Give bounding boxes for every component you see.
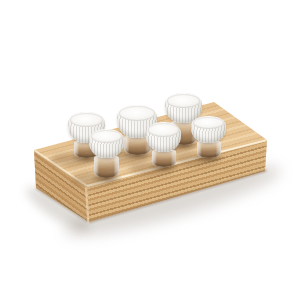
vial-front-right-body xyxy=(197,141,221,158)
vials-layer xyxy=(0,0,300,300)
vial-front-right-cap xyxy=(191,116,226,143)
scene xyxy=(0,0,300,300)
vial-front-left-body xyxy=(94,156,119,178)
vial-front-middle-body xyxy=(152,150,176,167)
vial-front-left-cap xyxy=(89,129,124,158)
vial-front-middle-cap xyxy=(146,122,181,152)
